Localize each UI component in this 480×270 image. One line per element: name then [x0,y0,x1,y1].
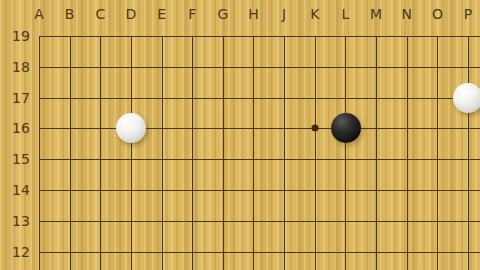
go-board-screen: ABCDEFGHJKLMNOP 1918171615141312 [0,0,480,270]
board-cell [131,221,162,252]
column-label-E: E [157,5,166,23]
board-cell [468,190,480,221]
board-cell [131,36,162,67]
board-cell [376,67,407,98]
board-cell [192,221,223,252]
board-cell [253,190,284,221]
row-label-18: 18 [12,59,30,75]
board-cell [39,159,70,190]
board-cell [192,128,223,159]
board-cell [192,190,223,221]
white-stone-D16[interactable] [116,113,146,143]
board-cell [223,252,254,270]
board-cell [70,128,101,159]
board-cell [39,98,70,129]
board-cell [70,221,101,252]
board-cell [253,252,284,270]
row-label-15: 15 [12,151,30,167]
board-cell [437,36,468,67]
column-label-C: C [95,5,105,23]
board-cell [284,67,315,98]
board-cell [345,36,376,67]
board-cell [315,190,346,221]
column-label-J: J [282,5,286,23]
board-cell [345,159,376,190]
board-cell [407,159,438,190]
row-label-16: 16 [12,120,30,136]
board-cell [468,36,480,67]
row-label-13: 13 [12,213,30,229]
board-cell [253,67,284,98]
black-stone-L16[interactable] [331,113,361,143]
board-cell [253,221,284,252]
board-cell [407,36,438,67]
row-label-19: 19 [12,28,30,44]
board-cell [284,190,315,221]
board-cell [192,67,223,98]
column-label-P: P [464,5,472,23]
star-point-K16 [311,125,318,132]
board-cell [376,98,407,129]
board-cell [376,190,407,221]
column-label-D: D [126,5,137,23]
board-cell [468,128,480,159]
board-cell [70,36,101,67]
board-cell [39,252,70,270]
board-cell [223,128,254,159]
column-label-A: A [34,5,44,23]
board-cell [315,67,346,98]
column-label-B: B [65,5,75,23]
board-cell [39,128,70,159]
board-cell [284,98,315,129]
board-cell [468,221,480,252]
board-cell [345,67,376,98]
board-cell [162,98,193,129]
board-cell [468,252,480,270]
board-cell [223,221,254,252]
board-cell [253,159,284,190]
column-label-H: H [248,5,259,23]
board-cell [284,221,315,252]
board-cell [223,36,254,67]
board-cell [315,221,346,252]
board-cell [407,128,438,159]
go-board-grid[interactable] [39,36,480,270]
board-cell [223,190,254,221]
board-cell [192,252,223,270]
board-cell [162,221,193,252]
board-cell [131,159,162,190]
board-cell [70,252,101,270]
board-cell [253,98,284,129]
board-cell [100,159,131,190]
board-cell [131,67,162,98]
row-label-14: 14 [12,182,30,198]
board-cell [407,252,438,270]
board-cell [223,67,254,98]
board-cell [315,252,346,270]
board-cell [162,128,193,159]
board-cell [162,36,193,67]
board-cell [39,221,70,252]
board-cell [376,159,407,190]
board-cell [192,159,223,190]
column-label-F: F [188,5,196,23]
board-cell [407,221,438,252]
board-cell [376,36,407,67]
board-cell [162,159,193,190]
board-cell [437,128,468,159]
board-cell [437,159,468,190]
board-cell [39,36,70,67]
board-cell [253,128,284,159]
board-cell [70,67,101,98]
board-cell [162,252,193,270]
board-cell [100,252,131,270]
board-cell [345,190,376,221]
board-cell [162,190,193,221]
column-label-G: G [217,5,228,23]
board-cell [131,190,162,221]
board-cell [192,36,223,67]
board-cell [407,190,438,221]
board-cell [39,67,70,98]
board-cell [70,159,101,190]
board-cell [162,67,193,98]
board-cell [345,221,376,252]
board-cell [284,159,315,190]
board-cell [376,221,407,252]
board-cell [315,36,346,67]
board-cell [284,252,315,270]
board-cell [315,159,346,190]
column-label-N: N [402,5,412,23]
column-label-L: L [342,5,350,23]
board-cell [223,98,254,129]
board-cell [437,252,468,270]
board-cell [284,128,315,159]
board-cell [70,98,101,129]
board-cell [468,159,480,190]
board-cell [131,252,162,270]
column-label-O: O [432,5,443,23]
board-cell [100,221,131,252]
board-cell [192,98,223,129]
board-cell [407,98,438,129]
board-cell [70,190,101,221]
board-cell [437,221,468,252]
board-cell [100,190,131,221]
row-label-12: 12 [12,244,30,260]
board-cell [100,36,131,67]
board-cell [223,159,254,190]
column-label-K: K [310,5,319,23]
column-label-M: M [370,5,382,23]
board-cell [100,67,131,98]
board-cell [284,36,315,67]
board-cell [407,67,438,98]
board-cell [253,36,284,67]
row-label-17: 17 [12,90,30,106]
board-cell [376,252,407,270]
white-stone-P17[interactable] [453,83,480,113]
board-cell [345,252,376,270]
board-cell [376,128,407,159]
board-cell [39,190,70,221]
board-cell [437,190,468,221]
